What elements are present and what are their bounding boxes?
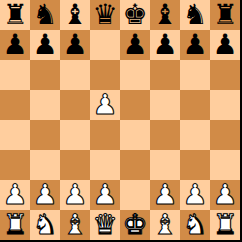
square-c6[interactable]	[60, 60, 90, 90]
piece-black-king[interactable]: ♚	[122, 0, 147, 30]
square-d7[interactable]	[90, 30, 120, 60]
square-a2[interactable]: ♟	[0, 180, 30, 210]
square-b8[interactable]: ♞	[30, 0, 60, 30]
square-a3[interactable]	[0, 150, 30, 180]
square-f8[interactable]: ♝	[150, 0, 180, 30]
square-e4[interactable]	[120, 120, 150, 150]
piece-white-pawn[interactable]: ♟	[212, 180, 237, 210]
square-a8[interactable]: ♜	[0, 0, 30, 30]
piece-black-pawn[interactable]: ♟	[212, 30, 237, 60]
square-h2[interactable]: ♟	[210, 180, 240, 210]
piece-white-pawn[interactable]: ♟	[182, 180, 207, 210]
square-e7[interactable]: ♟	[120, 30, 150, 60]
piece-black-pawn[interactable]: ♟	[152, 30, 177, 60]
square-g8[interactable]: ♞	[180, 0, 210, 30]
piece-black-bishop[interactable]: ♝	[62, 0, 87, 30]
square-b1[interactable]: ♞	[30, 210, 60, 240]
piece-white-pawn[interactable]: ♟	[92, 180, 117, 210]
square-c2[interactable]: ♟	[60, 180, 90, 210]
piece-white-queen[interactable]: ♛	[92, 210, 117, 240]
square-a7[interactable]: ♟	[0, 30, 30, 60]
square-b6[interactable]	[30, 60, 60, 90]
square-g1[interactable]: ♞	[180, 210, 210, 240]
square-g3[interactable]	[180, 150, 210, 180]
square-e8[interactable]: ♚	[120, 0, 150, 30]
piece-black-pawn[interactable]: ♟	[32, 30, 57, 60]
square-g5[interactable]	[180, 90, 210, 120]
square-b5[interactable]	[30, 90, 60, 120]
piece-black-knight[interactable]: ♞	[32, 0, 57, 30]
square-e5[interactable]	[120, 90, 150, 120]
square-d6[interactable]	[90, 60, 120, 90]
square-e6[interactable]	[120, 60, 150, 90]
square-d5[interactable]: ♟	[90, 90, 120, 120]
piece-black-knight[interactable]: ♞	[182, 0, 207, 30]
square-f2[interactable]: ♟	[150, 180, 180, 210]
square-e2[interactable]	[120, 180, 150, 210]
piece-black-pawn[interactable]: ♟	[182, 30, 207, 60]
piece-white-knight[interactable]: ♞	[182, 210, 207, 240]
square-c7[interactable]: ♟	[60, 30, 90, 60]
square-f6[interactable]	[150, 60, 180, 90]
piece-white-knight[interactable]: ♞	[32, 210, 57, 240]
square-a1[interactable]: ♜	[0, 210, 30, 240]
square-d2[interactable]: ♟	[90, 180, 120, 210]
square-h4[interactable]	[210, 120, 240, 150]
square-f7[interactable]: ♟	[150, 30, 180, 60]
square-h8[interactable]: ♜	[210, 0, 240, 30]
square-a5[interactable]	[0, 90, 30, 120]
piece-white-bishop[interactable]: ♝	[62, 210, 87, 240]
piece-black-pawn[interactable]: ♟	[2, 30, 27, 60]
square-a6[interactable]	[0, 60, 30, 90]
piece-white-rook[interactable]: ♜	[2, 210, 27, 240]
piece-white-king[interactable]: ♚	[122, 210, 147, 240]
square-h7[interactable]: ♟	[210, 30, 240, 60]
square-f1[interactable]: ♝	[150, 210, 180, 240]
piece-white-bishop[interactable]: ♝	[152, 210, 177, 240]
square-g7[interactable]: ♟	[180, 30, 210, 60]
square-d1[interactable]: ♛	[90, 210, 120, 240]
square-c8[interactable]: ♝	[60, 0, 90, 30]
square-d4[interactable]	[90, 120, 120, 150]
square-b3[interactable]	[30, 150, 60, 180]
square-c5[interactable]	[60, 90, 90, 120]
piece-black-rook[interactable]: ♜	[212, 0, 237, 30]
square-h6[interactable]	[210, 60, 240, 90]
piece-white-pawn[interactable]: ♟	[92, 90, 117, 120]
piece-white-pawn[interactable]: ♟	[152, 180, 177, 210]
chess-board-frame: ♜♞♝♛♚♝♞♜♟♟♟♟♟♟♟♟♟♟♟♟♟♟♟♜♞♝♛♚♝♞♜	[0, 0, 242, 242]
square-e1[interactable]: ♚	[120, 210, 150, 240]
square-b2[interactable]: ♟	[30, 180, 60, 210]
square-c3[interactable]	[60, 150, 90, 180]
piece-white-rook[interactable]: ♜	[212, 210, 237, 240]
piece-black-rook[interactable]: ♜	[2, 0, 27, 30]
square-d8[interactable]: ♛	[90, 0, 120, 30]
square-g2[interactable]: ♟	[180, 180, 210, 210]
square-c4[interactable]	[60, 120, 90, 150]
square-g6[interactable]	[180, 60, 210, 90]
piece-black-pawn[interactable]: ♟	[122, 30, 147, 60]
square-b7[interactable]: ♟	[30, 30, 60, 60]
piece-white-pawn[interactable]: ♟	[32, 180, 57, 210]
square-b4[interactable]	[30, 120, 60, 150]
chess-board: ♜♞♝♛♚♝♞♜♟♟♟♟♟♟♟♟♟♟♟♟♟♟♟♜♞♝♛♚♝♞♜	[0, 0, 240, 240]
square-a4[interactable]	[0, 120, 30, 150]
square-d3[interactable]	[90, 150, 120, 180]
piece-white-pawn[interactable]: ♟	[62, 180, 87, 210]
piece-white-pawn[interactable]: ♟	[2, 180, 27, 210]
square-e3[interactable]	[120, 150, 150, 180]
square-h5[interactable]	[210, 90, 240, 120]
piece-black-bishop[interactable]: ♝	[152, 0, 177, 30]
square-f3[interactable]	[150, 150, 180, 180]
square-c1[interactable]: ♝	[60, 210, 90, 240]
piece-black-queen[interactable]: ♛	[92, 0, 117, 30]
square-g4[interactable]	[180, 120, 210, 150]
square-h3[interactable]	[210, 150, 240, 180]
piece-black-pawn[interactable]: ♟	[62, 30, 87, 60]
square-f5[interactable]	[150, 90, 180, 120]
square-h1[interactable]: ♜	[210, 210, 240, 240]
square-f4[interactable]	[150, 120, 180, 150]
